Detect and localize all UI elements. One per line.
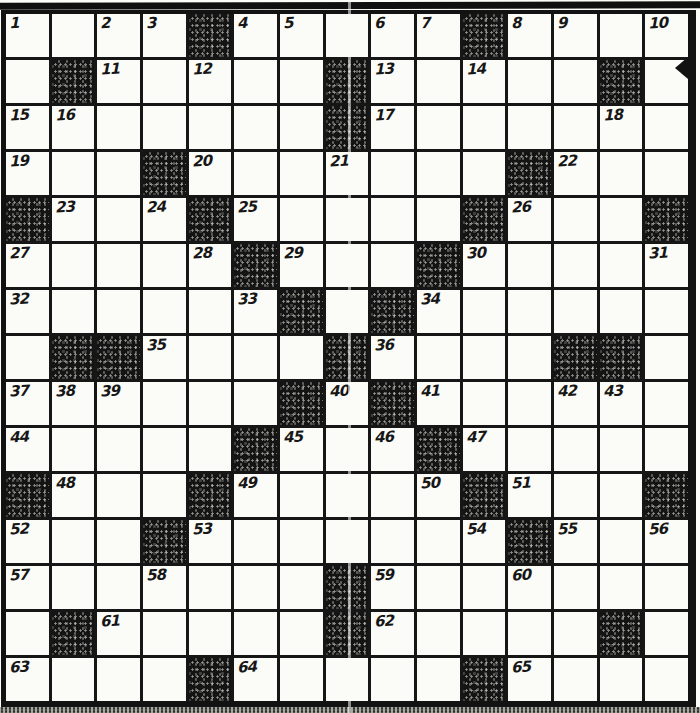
cell-r6c8[interactable] [326, 244, 369, 287]
cell-r7c2[interactable] [52, 290, 95, 333]
clue-number-46: 46 [374, 429, 394, 446]
cell-r1c6[interactable]: 4 [234, 14, 277, 57]
cell-r6c2[interactable] [52, 244, 95, 287]
block-r10c6 [234, 428, 277, 471]
cell-r6c5[interactable]: 28 [189, 244, 232, 287]
block-r2c2 [52, 60, 95, 103]
clue-number-8: 8 [511, 15, 521, 32]
cell-r13c12[interactable]: 60 [508, 566, 551, 609]
cell-r9c4[interactable] [143, 382, 186, 425]
clue-number-25: 25 [237, 199, 257, 216]
clue-number-49: 49 [237, 475, 257, 492]
cell-r8c11[interactable] [463, 336, 506, 379]
clue-number-12: 12 [191, 61, 211, 78]
clue-number-47: 47 [465, 429, 485, 446]
cell-r15c12[interactable]: 65 [508, 658, 551, 701]
block-r14c14 [600, 612, 643, 655]
cell-r3c9[interactable]: 17 [371, 106, 414, 149]
cell-r2c5[interactable]: 12 [189, 60, 232, 103]
block-r14c8 [326, 612, 369, 655]
clue-number-5: 5 [283, 15, 293, 32]
cell-r5c4[interactable]: 24 [143, 198, 186, 241]
block-r5c5 [189, 198, 232, 241]
cell-r10c3[interactable] [97, 428, 140, 471]
cell-r14c5[interactable] [189, 612, 232, 655]
cell-r9c6[interactable] [234, 382, 277, 425]
cell-r14c11[interactable] [463, 612, 506, 655]
cell-r1c14[interactable] [600, 14, 643, 57]
block-r3c8 [326, 106, 369, 149]
clue-number-31: 31 [648, 245, 668, 262]
cell-r11c4[interactable] [143, 474, 186, 517]
cell-r9c12[interactable] [508, 382, 551, 425]
cell-r10c15[interactable] [645, 428, 688, 471]
cell-r4c1[interactable]: 19 [6, 152, 49, 195]
cell-r3c1[interactable]: 15 [6, 106, 49, 149]
block-r9c7 [280, 382, 323, 425]
clue-number-45: 45 [283, 429, 303, 446]
cell-r15c15[interactable] [645, 658, 688, 701]
cell-r13c13[interactable] [554, 566, 597, 609]
block-r1c11 [463, 14, 506, 57]
block-r4c4 [143, 152, 186, 195]
cell-r9c11[interactable] [463, 382, 506, 425]
cell-r2c9[interactable]: 13 [371, 60, 414, 103]
cell-r13c2[interactable] [52, 566, 95, 609]
clue-number-59: 59 [374, 567, 394, 584]
clue-number-11: 11 [100, 61, 120, 78]
cell-r13c3[interactable] [97, 566, 140, 609]
clue-number-10: 10 [648, 15, 668, 32]
cell-r10c9[interactable]: 46 [371, 428, 414, 471]
cell-r6c14[interactable] [600, 244, 643, 287]
cell-r2c3[interactable]: 11 [97, 60, 140, 103]
clue-number-33: 33 [237, 291, 257, 308]
cell-r5c10[interactable] [417, 198, 460, 241]
cell-r5c6[interactable]: 25 [234, 198, 277, 241]
clue-number-29: 29 [283, 245, 303, 262]
cell-r9c8[interactable]: 40 [326, 382, 369, 425]
cell-r1c7[interactable]: 5 [280, 14, 323, 57]
clue-number-23: 23 [54, 199, 74, 216]
clue-number-18: 18 [602, 107, 622, 124]
clue-number-57: 57 [9, 567, 29, 584]
block-r11c15 [645, 474, 688, 517]
block-r4c12 [508, 152, 551, 195]
cell-r13c4[interactable]: 58 [143, 566, 186, 609]
cell-r12c13[interactable]: 55 [554, 520, 597, 563]
cell-r14c4[interactable] [143, 612, 186, 655]
block-r9c9 [371, 382, 414, 425]
clue-number-2: 2 [100, 15, 110, 32]
clue-number-4: 4 [237, 15, 247, 32]
cell-r10c5[interactable] [189, 428, 232, 471]
cell-r14c3[interactable]: 61 [97, 612, 140, 655]
clue-number-61: 61 [100, 613, 120, 630]
cell-r14c13[interactable] [554, 612, 597, 655]
cell-r5c2[interactable]: 23 [52, 198, 95, 241]
cell-r4c3[interactable] [97, 152, 140, 195]
cell-r3c15[interactable] [645, 106, 688, 149]
clue-number-6: 6 [374, 15, 384, 32]
clue-number-15: 15 [9, 107, 29, 124]
cell-r11c6[interactable]: 49 [234, 474, 277, 517]
clue-number-52: 52 [9, 521, 29, 538]
clue-number-38: 38 [54, 383, 74, 400]
cell-r15c2[interactable] [52, 658, 95, 701]
cell-r2c10[interactable] [417, 60, 460, 103]
clue-number-55: 55 [557, 521, 577, 538]
cell-r4c8[interactable]: 21 [326, 152, 369, 195]
clue-number-44: 44 [9, 429, 29, 446]
cell-r1c10[interactable]: 7 [417, 14, 460, 57]
cell-r4c2[interactable] [52, 152, 95, 195]
clue-number-63: 63 [9, 659, 29, 676]
cell-r7c4[interactable] [143, 290, 186, 333]
block-r8c3 [97, 336, 140, 379]
clue-number-22: 22 [557, 153, 577, 170]
clue-number-20: 20 [191, 153, 211, 170]
cell-r13c14[interactable] [600, 566, 643, 609]
cell-r11c3[interactable] [97, 474, 140, 517]
cell-r2c7[interactable] [280, 60, 323, 103]
cell-r12c10[interactable] [417, 520, 460, 563]
cell-r15c13[interactable] [554, 658, 597, 701]
cell-r6c15[interactable]: 31 [645, 244, 688, 287]
cell-r9c10[interactable]: 41 [417, 382, 460, 425]
cell-r11c13[interactable] [554, 474, 597, 517]
cell-r9c3[interactable]: 39 [97, 382, 140, 425]
cell-r13c7[interactable] [280, 566, 323, 609]
clue-number-27: 27 [9, 245, 29, 262]
cell-r2c6[interactable] [234, 60, 277, 103]
clue-number-9: 9 [557, 15, 567, 32]
clue-number-14: 14 [465, 61, 485, 78]
cell-r3c10[interactable] [417, 106, 460, 149]
cell-r13c1[interactable]: 57 [6, 566, 49, 609]
cell-r10c11[interactable]: 47 [463, 428, 506, 471]
fold-crease [348, 0, 351, 713]
cell-r9c5[interactable] [189, 382, 232, 425]
clue-number-62: 62 [374, 613, 394, 630]
block-r8c14 [600, 336, 643, 379]
cell-r11c9[interactable] [371, 474, 414, 517]
cell-r4c11[interactable] [463, 152, 506, 195]
cell-r1c8[interactable] [326, 14, 369, 57]
clue-number-17: 17 [374, 107, 394, 124]
clue-number-41: 41 [420, 383, 440, 400]
clue-number-30: 30 [465, 245, 485, 262]
cell-r4c9[interactable] [371, 152, 414, 195]
cell-r5c7[interactable] [280, 198, 323, 241]
cell-r11c14[interactable] [600, 474, 643, 517]
cell-r7c3[interactable] [97, 290, 140, 333]
cell-r3c5[interactable] [189, 106, 232, 149]
cell-r4c5[interactable]: 20 [189, 152, 232, 195]
cell-r14c6[interactable] [234, 612, 277, 655]
cell-r3c4[interactable] [143, 106, 186, 149]
block-r13c8 [326, 566, 369, 609]
clue-number-39: 39 [100, 383, 120, 400]
cell-r8c15[interactable] [645, 336, 688, 379]
clue-number-13: 13 [374, 61, 394, 78]
cell-r15c6[interactable]: 64 [234, 658, 277, 701]
cell-r11c7[interactable] [280, 474, 323, 517]
cell-r9c1[interactable]: 37 [6, 382, 49, 425]
cell-r5c3[interactable] [97, 198, 140, 241]
cell-r6c13[interactable] [554, 244, 597, 287]
cell-r2c12[interactable] [508, 60, 551, 103]
clue-number-53: 53 [191, 521, 211, 538]
cell-r15c7[interactable] [280, 658, 323, 701]
cell-r8c9[interactable]: 36 [371, 336, 414, 379]
cell-r14c9[interactable]: 62 [371, 612, 414, 655]
block-r1c5 [189, 14, 232, 57]
cell-r10c12[interactable] [508, 428, 551, 471]
cell-r10c2[interactable] [52, 428, 95, 471]
crossword-scan: 1234567891011121314151617181920212223242… [0, 0, 700, 713]
cell-r10c14[interactable] [600, 428, 643, 471]
cell-r6c12[interactable] [508, 244, 551, 287]
cell-r15c4[interactable] [143, 658, 186, 701]
cell-r9c15[interactable] [645, 382, 688, 425]
cell-r10c1[interactable]: 44 [6, 428, 49, 471]
cell-r12c6[interactable] [234, 520, 277, 563]
cell-r2c4[interactable] [143, 60, 186, 103]
cell-r7c10[interactable]: 34 [417, 290, 460, 333]
cell-r12c9[interactable] [371, 520, 414, 563]
cell-r13c11[interactable] [463, 566, 506, 609]
cell-r7c15[interactable] [645, 290, 688, 333]
cell-r9c2[interactable]: 38 [52, 382, 95, 425]
cell-r5c13[interactable] [554, 198, 597, 241]
cell-r1c15[interactable]: 10 [645, 14, 688, 57]
block-r7c7 [280, 290, 323, 333]
cell-r1c9[interactable]: 6 [371, 14, 414, 57]
clue-number-60: 60 [511, 567, 531, 584]
cell-r12c3[interactable] [97, 520, 140, 563]
cell-r8c6[interactable] [234, 336, 277, 379]
cell-r8c10[interactable] [417, 336, 460, 379]
block-r8c13 [554, 336, 597, 379]
cell-r1c13[interactable]: 9 [554, 14, 597, 57]
cell-r8c12[interactable] [508, 336, 551, 379]
clue-number-19: 19 [9, 153, 29, 170]
cell-r13c6[interactable] [234, 566, 277, 609]
block-r12c12 [508, 520, 551, 563]
block-r5c11 [463, 198, 506, 241]
clue-number-40: 40 [328, 383, 348, 400]
block-r11c11 [463, 474, 506, 517]
cell-r6c4[interactable] [143, 244, 186, 287]
cell-r4c13[interactable]: 22 [554, 152, 597, 195]
cell-r2c1[interactable] [6, 60, 49, 103]
block-r5c1 [6, 198, 49, 241]
block-r8c8 [326, 336, 369, 379]
cell-r4c15[interactable] [645, 152, 688, 195]
cell-r6c3[interactable] [97, 244, 140, 287]
block-r10c10 [417, 428, 460, 471]
cell-r3c3[interactable] [97, 106, 140, 149]
cell-r13c10[interactable] [417, 566, 460, 609]
clue-number-36: 36 [374, 337, 394, 354]
cell-r15c10[interactable] [417, 658, 460, 701]
clue-number-64: 64 [237, 659, 257, 676]
cell-r10c7[interactable]: 45 [280, 428, 323, 471]
cell-r15c8[interactable] [326, 658, 369, 701]
clue-number-7: 7 [420, 15, 430, 32]
block-r11c5 [189, 474, 232, 517]
clue-number-3: 3 [146, 15, 156, 32]
block-r6c6 [234, 244, 277, 287]
block-r12c4 [143, 520, 186, 563]
cell-r13c5[interactable] [189, 566, 232, 609]
block-r5c15 [645, 198, 688, 241]
cell-r12c1[interactable]: 52 [6, 520, 49, 563]
cell-r13c9[interactable]: 59 [371, 566, 414, 609]
cell-r12c7[interactable] [280, 520, 323, 563]
block-r7c9 [371, 290, 414, 333]
cell-r1c12[interactable]: 8 [508, 14, 551, 57]
cell-r7c14[interactable] [600, 290, 643, 333]
block-r6c10 [417, 244, 460, 287]
clue-number-1: 1 [9, 15, 19, 32]
cell-r11c12[interactable]: 51 [508, 474, 551, 517]
cell-r7c12[interactable] [508, 290, 551, 333]
cell-r13c15[interactable] [645, 566, 688, 609]
clue-number-42: 42 [557, 383, 577, 400]
cell-r5c9[interactable] [371, 198, 414, 241]
cell-r4c7[interactable] [280, 152, 323, 195]
block-r15c11 [463, 658, 506, 701]
scan-arrow-artifact [675, 57, 688, 79]
cell-r10c4[interactable] [143, 428, 186, 471]
clue-number-43: 43 [602, 383, 622, 400]
clue-number-48: 48 [54, 475, 74, 492]
clue-number-51: 51 [511, 475, 531, 492]
cell-r1c1[interactable]: 1 [6, 14, 49, 57]
block-r11c1 [6, 474, 49, 517]
cell-r2c13[interactable] [554, 60, 597, 103]
cell-r4c14[interactable] [600, 152, 643, 195]
cell-r12c8[interactable] [326, 520, 369, 563]
clue-number-21: 21 [328, 153, 348, 170]
clue-number-26: 26 [511, 199, 531, 216]
cell-r3c12[interactable] [508, 106, 551, 149]
clue-number-35: 35 [146, 337, 166, 354]
cell-r7c13[interactable] [554, 290, 597, 333]
clue-number-32: 32 [9, 291, 29, 308]
clue-number-34: 34 [420, 291, 440, 308]
cell-r2c11[interactable]: 14 [463, 60, 506, 103]
cell-r12c5[interactable]: 53 [189, 520, 232, 563]
cell-r6c11[interactable]: 30 [463, 244, 506, 287]
clue-number-50: 50 [420, 475, 440, 492]
cell-r15c14[interactable] [600, 658, 643, 701]
cell-r10c13[interactable] [554, 428, 597, 471]
cell-r6c1[interactable]: 27 [6, 244, 49, 287]
cell-r12c14[interactable] [600, 520, 643, 563]
cell-r1c3[interactable]: 2 [97, 14, 140, 57]
clue-number-58: 58 [146, 567, 166, 584]
cell-r5c8[interactable] [326, 198, 369, 241]
cell-r11c8[interactable] [326, 474, 369, 517]
clue-number-37: 37 [9, 383, 29, 400]
cell-r14c10[interactable] [417, 612, 460, 655]
cell-r12c2[interactable] [52, 520, 95, 563]
block-r8c2 [52, 336, 95, 379]
cell-r3c2[interactable]: 16 [52, 106, 95, 149]
cell-r15c3[interactable] [97, 658, 140, 701]
cell-r3c6[interactable] [234, 106, 277, 149]
cell-r6c9[interactable] [371, 244, 414, 287]
cell-r14c7[interactable] [280, 612, 323, 655]
cell-r11c10[interactable]: 50 [417, 474, 460, 517]
cell-r7c5[interactable] [189, 290, 232, 333]
cell-r15c9[interactable] [371, 658, 414, 701]
clue-number-24: 24 [146, 199, 166, 216]
cell-r14c1[interactable] [6, 612, 49, 655]
cell-r7c8[interactable] [326, 290, 369, 333]
cell-r14c12[interactable] [508, 612, 551, 655]
cell-r5c12[interactable]: 26 [508, 198, 551, 241]
cell-r4c6[interactable] [234, 152, 277, 195]
cell-r7c1[interactable]: 32 [6, 290, 49, 333]
clue-number-65: 65 [511, 659, 531, 676]
cell-r12c15[interactable]: 56 [645, 520, 688, 563]
cell-r10c8[interactable] [326, 428, 369, 471]
cell-r8c1[interactable] [6, 336, 49, 379]
clue-number-28: 28 [191, 245, 211, 262]
cell-r6c7[interactable]: 29 [280, 244, 323, 287]
cell-r8c7[interactable] [280, 336, 323, 379]
cell-r3c11[interactable] [463, 106, 506, 149]
cell-r11c2[interactable]: 48 [52, 474, 95, 517]
cell-r15c1[interactable]: 63 [6, 658, 49, 701]
cell-r8c5[interactable] [189, 336, 232, 379]
cell-r9c13[interactable]: 42 [554, 382, 597, 425]
cell-r7c11[interactable] [463, 290, 506, 333]
block-r14c2 [52, 612, 95, 655]
cell-r14c15[interactable] [645, 612, 688, 655]
clue-number-54: 54 [465, 521, 485, 538]
cell-r12c11[interactable]: 54 [463, 520, 506, 563]
cell-r3c13[interactable] [554, 106, 597, 149]
cell-r8c4[interactable]: 35 [143, 336, 186, 379]
cell-r1c4[interactable]: 3 [143, 14, 186, 57]
clue-number-56: 56 [648, 521, 668, 538]
cell-r5c14[interactable] [600, 198, 643, 241]
cell-r1c2[interactable] [52, 14, 95, 57]
clue-number-16: 16 [54, 107, 74, 124]
cell-r9c14[interactable]: 43 [600, 382, 643, 425]
cell-r3c14[interactable]: 18 [600, 106, 643, 149]
cell-r7c6[interactable]: 33 [234, 290, 277, 333]
block-r2c14 [600, 60, 643, 103]
block-r2c8 [326, 60, 369, 103]
block-r15c5 [189, 658, 232, 701]
crossword-grid: 1234567891011121314151617181920212223242… [6, 14, 688, 701]
cell-r4c10[interactable] [417, 152, 460, 195]
cell-r3c7[interactable] [280, 106, 323, 149]
